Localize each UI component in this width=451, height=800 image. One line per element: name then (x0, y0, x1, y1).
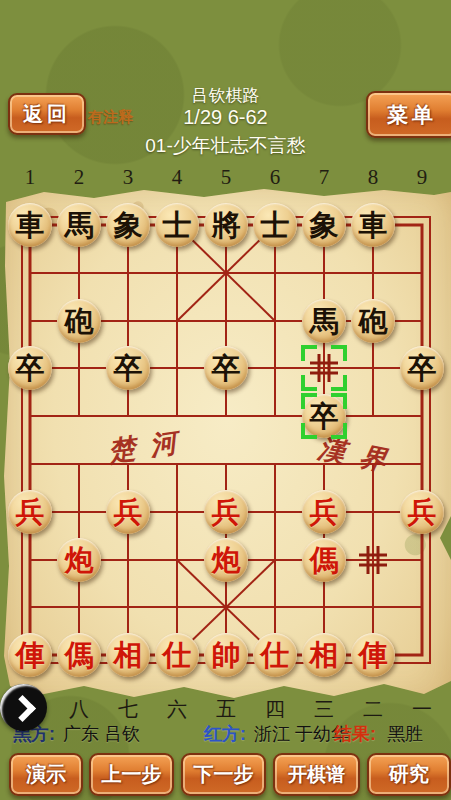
piece-red-horse[interactable]: 傌 (57, 633, 101, 677)
piece-red-elephant[interactable]: 相 (106, 633, 150, 677)
result-label: 结果: (334, 722, 376, 746)
piece-red-soldier[interactable]: 兵 (204, 490, 248, 534)
piece-black-general[interactable]: 將 (204, 203, 248, 247)
file-label-bottom-6: 四 (265, 696, 285, 723)
piece-red-advisor[interactable]: 仕 (253, 633, 297, 677)
file-label-bottom-3: 七 (118, 696, 138, 723)
black-player-name: 广东 吕钦 (63, 722, 140, 746)
file-label-bottom-8: 二 (363, 696, 383, 723)
file-label-bottom-9: 一 (412, 696, 432, 723)
file-label-top-2: 2 (74, 165, 85, 190)
piece-red-cannon[interactable]: 炮 (204, 538, 248, 582)
piece-black-cannon[interactable]: 砲 (57, 299, 101, 343)
piece-red-soldier[interactable]: 兵 (400, 490, 444, 534)
piece-black-soldier[interactable]: 卒 (204, 346, 248, 390)
red-player-label: 红方: (204, 722, 246, 746)
piece-black-cannon[interactable]: 砲 (351, 299, 395, 343)
piece-red-advisor[interactable]: 仕 (155, 633, 199, 677)
study-button[interactable]: 研究 (367, 753, 451, 796)
piece-black-soldier[interactable]: 卒 (302, 394, 346, 438)
game-subtitle: 01-少年壮志不言愁 (0, 133, 451, 159)
piece-red-soldier[interactable]: 兵 (302, 490, 346, 534)
file-label-top-8: 8 (368, 165, 379, 190)
piece-black-horse[interactable]: 馬 (57, 203, 101, 247)
piece-black-rook[interactable]: 車 (351, 203, 395, 247)
file-label-top-3: 3 (123, 165, 134, 190)
piece-red-soldier[interactable]: 兵 (106, 490, 150, 534)
open-gamebook-button[interactable]: 开棋谱 (273, 753, 360, 796)
piece-red-elephant[interactable]: 相 (302, 633, 346, 677)
piece-red-soldier[interactable]: 兵 (8, 490, 52, 534)
piece-black-advisor[interactable]: 士 (155, 203, 199, 247)
file-label-bottom-5: 五 (216, 696, 236, 723)
result-value: 黑胜 (387, 722, 423, 746)
file-label-top-5: 5 (221, 165, 232, 190)
file-label-top-4: 4 (172, 165, 183, 190)
file-label-top-6: 6 (270, 165, 281, 190)
file-label-bottom-4: 六 (167, 696, 187, 723)
file-label-top-9: 9 (417, 165, 428, 190)
piece-red-rook[interactable]: 俥 (8, 633, 52, 677)
piece-black-elephant[interactable]: 象 (302, 203, 346, 247)
piece-black-advisor[interactable]: 士 (253, 203, 297, 247)
piece-black-soldier[interactable]: 卒 (106, 346, 150, 390)
expand-chevron-button[interactable] (0, 684, 47, 731)
piece-black-soldier[interactable]: 卒 (8, 346, 52, 390)
menu-button[interactable]: 菜单 (366, 91, 451, 138)
piece-black-rook[interactable]: 車 (8, 203, 52, 247)
piece-black-horse[interactable]: 馬 (302, 299, 346, 343)
app-screen: 返回 有注释 吕钦棋路 1/29 6-62 菜单 01-少年壮志不言愁 楚河 漢… (0, 0, 451, 800)
piece-red-rook[interactable]: 俥 (351, 633, 395, 677)
piece-red-general[interactable]: 帥 (204, 633, 248, 677)
piece-red-horse[interactable]: 傌 (302, 538, 346, 582)
file-label-top-1: 1 (25, 165, 36, 190)
file-label-top-7: 7 (319, 165, 330, 190)
piece-black-elephant[interactable]: 象 (106, 203, 150, 247)
piece-black-soldier[interactable]: 卒 (400, 346, 444, 390)
file-label-bottom-7: 三 (314, 696, 334, 723)
chevron-right-icon (9, 695, 36, 722)
file-label-bottom-2: 八 (69, 696, 89, 723)
prev-move-button[interactable]: 上一步 (89, 753, 174, 796)
next-move-button[interactable]: 下一步 (181, 753, 266, 796)
demo-button[interactable]: 演示 (9, 753, 83, 796)
piece-red-cannon[interactable]: 炮 (57, 538, 101, 582)
